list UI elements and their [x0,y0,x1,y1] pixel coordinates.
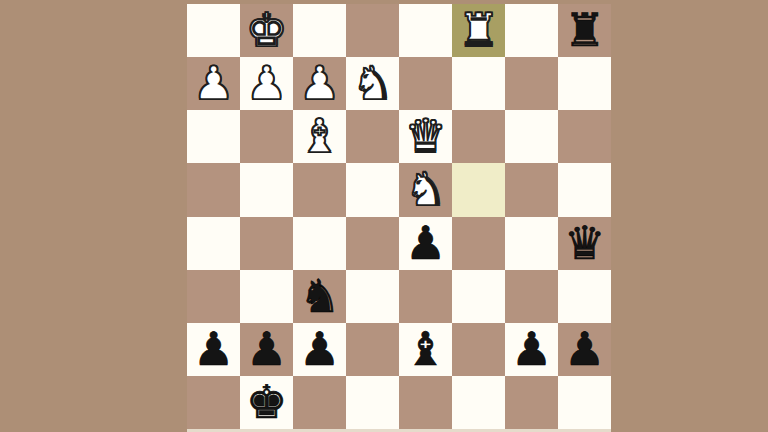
square-e7[interactable] [399,57,452,110]
white-knight-piece-d7: ♞ [352,57,393,110]
white-king-piece-b8: ♚ [246,4,287,57]
square-f2[interactable] [452,323,505,376]
square-b6[interactable] [240,110,293,163]
square-h6[interactable] [558,110,611,163]
square-a3[interactable] [187,270,240,323]
square-d2[interactable] [346,323,399,376]
square-h4[interactable]: ♛ [558,217,611,270]
black-pawn-piece-a2: ♟ [193,323,234,376]
square-d5[interactable] [346,163,399,216]
white-knight-piece-e5: ♞ [405,163,446,216]
square-a5[interactable] [187,163,240,216]
square-c7[interactable]: ♟ [293,57,346,110]
square-f5[interactable] [452,163,505,216]
square-e2[interactable]: ♝ [399,323,452,376]
white-pawn-piece-a7: ♟ [193,57,234,110]
square-e6[interactable]: ♛ [399,110,452,163]
square-a1[interactable] [187,376,240,429]
page-background: ♚♜♜♟♟♟♞♝♛♞♟♛♞♟♟♟♝♟♟♚ [0,0,768,432]
square-d1[interactable] [346,376,399,429]
square-h7[interactable] [558,57,611,110]
square-a4[interactable] [187,217,240,270]
square-b5[interactable] [240,163,293,216]
square-h2[interactable]: ♟ [558,323,611,376]
square-h3[interactable] [558,270,611,323]
square-e1[interactable] [399,376,452,429]
square-c2[interactable]: ♟ [293,323,346,376]
square-d6[interactable] [346,110,399,163]
white-pawn-piece-b7: ♟ [246,57,287,110]
square-a7[interactable]: ♟ [187,57,240,110]
square-b2[interactable]: ♟ [240,323,293,376]
square-g4[interactable] [505,217,558,270]
black-knight-piece-c3: ♞ [299,270,340,323]
square-d4[interactable] [346,217,399,270]
square-b4[interactable] [240,217,293,270]
square-b3[interactable] [240,270,293,323]
square-c3[interactable]: ♞ [293,270,346,323]
square-c8[interactable] [293,4,346,57]
square-e5[interactable]: ♞ [399,163,452,216]
black-king-piece-b1: ♚ [246,376,287,429]
square-b1[interactable]: ♚ [240,376,293,429]
black-queen-piece-h4: ♛ [564,217,605,270]
square-e8[interactable] [399,4,452,57]
black-pawn-piece-b2: ♟ [246,323,287,376]
square-d8[interactable] [346,4,399,57]
square-g1[interactable] [505,376,558,429]
white-queen-piece-e6: ♛ [405,110,446,163]
square-f8[interactable]: ♜ [452,4,505,57]
square-e3[interactable] [399,270,452,323]
square-g6[interactable] [505,110,558,163]
black-pawn-piece-e4: ♟ [405,217,446,270]
chess-board: ♚♜♜♟♟♟♞♝♛♞♟♛♞♟♟♟♝♟♟♚ [187,4,611,429]
square-f3[interactable] [452,270,505,323]
white-rook-piece-f8: ♜ [458,4,499,57]
black-rook-piece-h8: ♜ [564,4,605,57]
square-a2[interactable]: ♟ [187,323,240,376]
square-g2[interactable]: ♟ [505,323,558,376]
square-a8[interactable] [187,4,240,57]
square-b7[interactable]: ♟ [240,57,293,110]
square-f6[interactable] [452,110,505,163]
square-f7[interactable] [452,57,505,110]
black-pawn-piece-g2: ♟ [511,323,552,376]
black-pawn-piece-c2: ♟ [299,323,340,376]
square-f4[interactable] [452,217,505,270]
square-h5[interactable] [558,163,611,216]
square-c1[interactable] [293,376,346,429]
square-d3[interactable] [346,270,399,323]
black-pawn-piece-h2: ♟ [564,323,605,376]
square-h8[interactable]: ♜ [558,4,611,57]
square-d7[interactable]: ♞ [346,57,399,110]
square-a6[interactable] [187,110,240,163]
black-bishop-piece-e2: ♝ [405,323,446,376]
square-g8[interactable] [505,4,558,57]
square-e4[interactable]: ♟ [399,217,452,270]
white-bishop-piece-c6: ♝ [299,110,340,163]
square-g7[interactable] [505,57,558,110]
square-f1[interactable] [452,376,505,429]
square-h1[interactable] [558,376,611,429]
white-pawn-piece-c7: ♟ [299,57,340,110]
square-g3[interactable] [505,270,558,323]
square-c6[interactable]: ♝ [293,110,346,163]
square-c5[interactable] [293,163,346,216]
square-g5[interactable] [505,163,558,216]
square-c4[interactable] [293,217,346,270]
square-b8[interactable]: ♚ [240,4,293,57]
